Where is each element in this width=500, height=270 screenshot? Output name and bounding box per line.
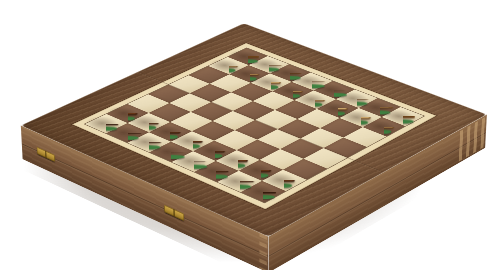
product-photo: ♜♞♝♚♛♝♞♜♟♟♟♟♟♟♟♟♟♟♟♟♟♟♟♟♜♞♝♚♛♝♞♜ [0, 0, 500, 270]
chess-box: ♜♞♝♚♛♝♞♜♟♟♟♟♟♟♟♟♟♟♟♟♟♟♟♟♜♞♝♚♛♝♞♜ [21, 23, 487, 236]
corner-endgrain [259, 233, 266, 270]
brass-hinge [37, 147, 55, 162]
brass-hinge [164, 205, 184, 221]
scene: ♜♞♝♚♛♝♞♜♟♟♟♟♟♟♟♟♟♟♟♟♟♟♟♟♜♞♝♚♛♝♞♜ [0, 0, 500, 270]
